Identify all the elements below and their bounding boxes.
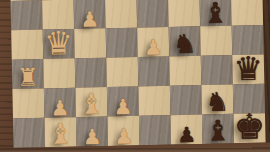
square-c4[interactable] <box>74 28 106 58</box>
white-pawn[interactable]: ♟ <box>44 97 76 119</box>
board-photo-inner: ♜♝♟♛♟♝♟♟♟♟♟♞♝♞♝♚♛ <box>0 0 270 152</box>
white-queen[interactable]: ♛ <box>43 27 75 60</box>
black-bishop[interactable]: ♝ <box>202 116 234 145</box>
square-d3[interactable] <box>106 57 138 87</box>
black-bishop[interactable]: ♝ <box>200 0 232 27</box>
black-pawn[interactable]: ♟ <box>171 124 203 146</box>
square-c3[interactable] <box>75 58 107 88</box>
square-b3[interactable] <box>43 58 75 88</box>
square-g3[interactable] <box>201 55 233 85</box>
black-knight[interactable]: ♞ <box>169 31 201 58</box>
square-e3[interactable] <box>138 56 170 86</box>
square-h5[interactable] <box>231 0 263 26</box>
square-a2[interactable] <box>12 88 44 118</box>
black-queen[interactable]: ♛ <box>232 52 264 85</box>
white-pawn[interactable]: ♟ <box>107 96 139 118</box>
square-f5[interactable] <box>168 0 200 27</box>
square-d5[interactable] <box>105 0 137 28</box>
white-pawn[interactable]: ♟ <box>76 126 108 148</box>
square-a5[interactable] <box>11 0 43 30</box>
square-g4[interactable] <box>200 26 232 56</box>
square-a1[interactable] <box>13 118 45 148</box>
white-bishop[interactable]: ♝ <box>75 89 107 118</box>
square-a4[interactable] <box>11 30 43 60</box>
square-d4[interactable] <box>106 28 138 58</box>
square-f2[interactable] <box>170 85 202 115</box>
square-e1[interactable] <box>139 115 171 145</box>
white-pawn[interactable]: ♟ <box>137 36 169 58</box>
chess-board: ♜♝♟♛♟♝♟♟♟♟♟♞♝♞♝♚♛ <box>10 0 266 148</box>
chessboard-photo: ♜♝♟♛♟♝♟♟♟♟♟♞♝♞♝♚♛ <box>0 0 270 152</box>
black-king[interactable]: ♚ <box>233 109 265 144</box>
white-rook[interactable]: ♜ <box>12 65 44 90</box>
white-bishop[interactable]: ♝ <box>45 119 77 148</box>
square-e2[interactable] <box>138 86 170 116</box>
square-e5[interactable] <box>137 0 169 28</box>
square-f3[interactable] <box>169 56 201 86</box>
black-knight[interactable]: ♞ <box>201 89 233 116</box>
white-pawn[interactable]: ♟ <box>74 8 106 30</box>
white-pawn[interactable]: ♟ <box>108 125 140 147</box>
